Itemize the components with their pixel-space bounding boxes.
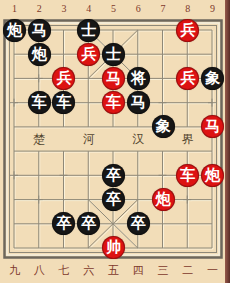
bottom-col-label: 三 xyxy=(151,262,176,278)
piece-black-advisor[interactable]: 士 xyxy=(77,19,100,42)
bottom-col-label: 二 xyxy=(175,262,200,278)
xiangqi-app: { "game": "xiangqi", "position": { "fen"… xyxy=(0,0,230,283)
right-edge-strip xyxy=(225,0,230,283)
piece-black-elephant[interactable]: 象 xyxy=(152,115,175,138)
piece-red-cannon[interactable]: 炮 xyxy=(152,188,175,211)
top-col-label: 5 xyxy=(101,1,126,15)
piece-red-chariot[interactable]: 车 xyxy=(102,91,125,114)
top-col-label: 1 xyxy=(2,1,27,15)
piece-red-cannon[interactable]: 炮 xyxy=(201,164,224,187)
top-col-label: 7 xyxy=(151,1,176,15)
piece-black-soldier[interactable]: 卒 xyxy=(127,212,150,235)
piece-black-horse[interactable]: 马 xyxy=(28,19,51,42)
top-col-label: 3 xyxy=(52,1,77,15)
piece-black-cannon[interactable]: 炮 xyxy=(28,43,51,66)
piece-black-elephant[interactable]: 象 xyxy=(201,67,224,90)
piece-black-advisor[interactable]: 士 xyxy=(102,43,125,66)
piece-red-soldier[interactable]: 兵 xyxy=(52,67,75,90)
piece-red-soldier[interactable]: 兵 xyxy=(176,67,199,90)
bottom-col-label: 一 xyxy=(200,262,225,278)
piece-black-cannon[interactable]: 炮 xyxy=(3,19,26,42)
piece-black-chariot[interactable]: 车 xyxy=(28,91,51,114)
piece-black-general[interactable]: 将 xyxy=(127,67,150,90)
bottom-column-labels: 九八七六五四三二一 xyxy=(2,262,225,278)
piece-black-soldier[interactable]: 卒 xyxy=(52,212,75,235)
bottom-col-label: 五 xyxy=(101,262,126,278)
piece-black-soldier[interactable]: 卒 xyxy=(102,188,125,211)
piece-black-soldier[interactable]: 卒 xyxy=(77,212,100,235)
piece-red-chariot[interactable]: 车 xyxy=(176,164,199,187)
piece-black-soldier[interactable]: 卒 xyxy=(102,164,125,187)
bottom-col-label: 四 xyxy=(126,262,151,278)
piece-red-general[interactable]: 帅 xyxy=(102,236,125,259)
xiangqi-board[interactable]: 炮马士兵炮兵士兵马将兵象车车车马象马卒车炮卒炮卒卒卒帅 xyxy=(2,18,225,260)
top-col-label: 6 xyxy=(126,1,151,15)
bottom-col-label: 六 xyxy=(76,262,101,278)
top-col-label: 4 xyxy=(76,1,101,15)
piece-black-chariot[interactable]: 车 xyxy=(52,91,75,114)
piece-red-soldier[interactable]: 兵 xyxy=(77,43,100,66)
top-col-label: 2 xyxy=(27,1,52,15)
bottom-col-label: 八 xyxy=(27,262,52,278)
bottom-col-label: 七 xyxy=(52,262,77,278)
top-column-labels: 123456789 xyxy=(2,1,225,15)
top-col-label: 9 xyxy=(200,1,225,15)
piece-black-horse[interactable]: 马 xyxy=(127,91,150,114)
piece-red-horse[interactable]: 马 xyxy=(201,115,224,138)
top-col-label: 8 xyxy=(175,1,200,15)
piece-red-soldier[interactable]: 兵 xyxy=(176,19,199,42)
bottom-col-label: 九 xyxy=(2,262,27,278)
piece-red-horse[interactable]: 马 xyxy=(102,67,125,90)
